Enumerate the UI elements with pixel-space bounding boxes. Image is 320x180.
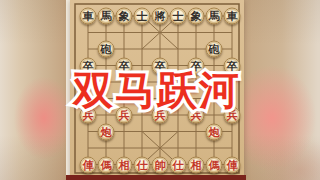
piece-black-卒[interactable]: 卒 [116,57,133,74]
piece-black-砲[interactable]: 砲 [98,41,115,58]
piece-red-兵[interactable]: 兵 [80,107,97,124]
piece-red-炮[interactable]: 炮 [98,123,115,140]
piece-black-馬[interactable]: 馬 [206,8,223,25]
piece-black-馬[interactable]: 馬 [98,8,115,25]
piece-red-炮[interactable]: 炮 [206,123,223,140]
piece-black-卒[interactable]: 卒 [80,57,97,74]
piece-red-傌[interactable]: 傌 [98,156,115,173]
piece-red-仕[interactable]: 仕 [170,156,187,173]
piece-red-相[interactable]: 相 [188,156,205,173]
piece-red-俥[interactable]: 俥 [224,156,241,173]
piece-red-俥[interactable]: 俥 [80,156,97,173]
piece-red-仕[interactable]: 仕 [134,156,151,173]
piece-black-士[interactable]: 士 [134,8,151,25]
piece-red-兵[interactable]: 兵 [188,107,205,124]
piece-black-卒[interactable]: 卒 [224,57,241,74]
piece-black-車[interactable]: 車 [80,8,97,25]
piece-red-兵[interactable]: 兵 [116,107,133,124]
piece-red-傌[interactable]: 傌 [206,156,223,173]
piece-black-士[interactable]: 士 [170,8,187,25]
board-pieces: 車馬象士將士象馬車砲砲卒卒卒卒卒兵兵兵兵兵炮炮俥傌相仕帥仕相傌俥 [70,0,244,180]
bottom-red-band [66,175,246,180]
piece-black-卒[interactable]: 卒 [188,57,205,74]
piece-black-卒[interactable]: 卒 [152,57,169,74]
piece-red-帥[interactable]: 帥 [152,156,169,173]
xiangqi-board[interactable]: 車馬象士將士象馬車砲砲卒卒卒卒卒兵兵兵兵兵炮炮俥傌相仕帥仕相傌俥 [70,0,244,180]
piece-black-象[interactable]: 象 [188,8,205,25]
piece-red-兵[interactable]: 兵 [152,107,169,124]
piece-black-象[interactable]: 象 [116,8,133,25]
piece-black-砲[interactable]: 砲 [206,41,223,58]
piece-black-將[interactable]: 將 [152,8,169,25]
piece-red-兵[interactable]: 兵 [224,107,241,124]
piece-red-相[interactable]: 相 [116,156,133,173]
piece-black-車[interactable]: 車 [224,8,241,25]
